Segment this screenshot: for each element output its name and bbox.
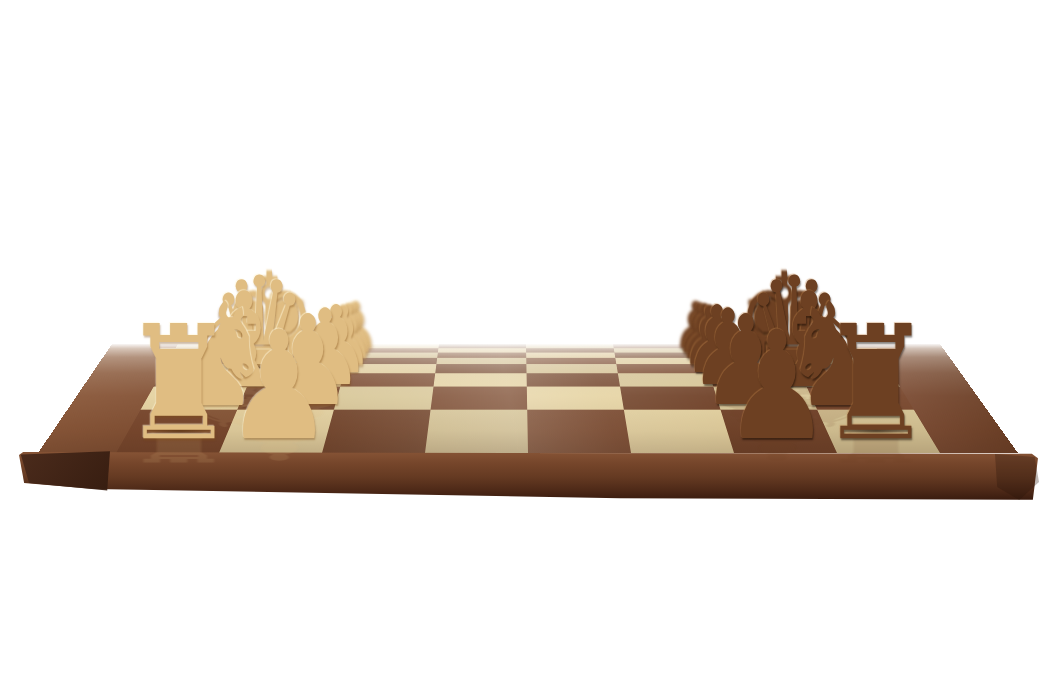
board-square bbox=[800, 373, 900, 387]
board-square bbox=[322, 410, 430, 453]
board-square bbox=[527, 373, 620, 387]
board-square bbox=[796, 364, 891, 373]
board-square bbox=[713, 387, 817, 410]
board-square bbox=[527, 387, 624, 410]
board-left-corner-endgrain bbox=[18, 450, 110, 494]
board-square bbox=[709, 373, 807, 387]
board-square bbox=[618, 373, 714, 387]
board-square bbox=[253, 364, 347, 373]
board-square bbox=[620, 387, 720, 410]
product-photo-scene: ♜♜♞♞♝♝♛♛♚♚♝♝♞♞♜♜♟♟♟♟♟♟♟♟♟♟♟♟♟♟♟♟♟♟♟♟♟♟♟♟… bbox=[0, 0, 1050, 700]
board-square bbox=[340, 373, 435, 387]
board-square bbox=[624, 410, 734, 453]
board-square bbox=[344, 364, 436, 373]
board-square bbox=[806, 387, 913, 410]
board-square bbox=[219, 410, 334, 453]
board-square bbox=[425, 410, 528, 453]
board-square bbox=[434, 373, 527, 387]
board-square bbox=[154, 373, 253, 387]
board-square bbox=[334, 387, 434, 410]
board-square bbox=[141, 387, 247, 410]
board-square bbox=[116, 410, 237, 453]
board-square bbox=[435, 364, 526, 373]
board-square bbox=[527, 410, 631, 453]
board-square bbox=[706, 364, 800, 373]
board-square bbox=[247, 373, 344, 387]
board-square bbox=[431, 387, 528, 410]
board-square bbox=[162, 364, 257, 373]
board-front-edge bbox=[18, 449, 1040, 503]
board-square bbox=[237, 387, 340, 410]
board-square bbox=[817, 410, 940, 453]
chess-board-grid bbox=[116, 344, 939, 453]
chess-board bbox=[38, 344, 1018, 453]
board-square bbox=[526, 364, 617, 373]
board-square bbox=[616, 364, 709, 373]
